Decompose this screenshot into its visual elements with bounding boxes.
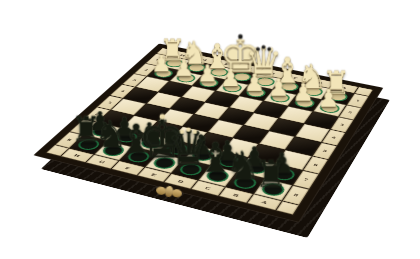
piece-white-pawn[interactable]: ♟: [220, 66, 241, 90]
piece-white-pawn[interactable]: ♟: [174, 57, 195, 80]
piece-white-pawn[interactable]: ♟: [244, 71, 265, 95]
piece-white-pawn[interactable]: ♟: [268, 76, 290, 100]
rank-label-2: 2: [339, 105, 361, 120]
product-photo-scene: HGFEDCBA1♜♞♝♚♛♝♞♜12♟♟♟♟♟♟♟♟2334455667♟♟♟…: [0, 0, 420, 259]
piece-white-pawn[interactable]: ♟: [151, 52, 172, 75]
piece-white-pawn[interactable]: ♟: [292, 81, 314, 105]
piece-black-rook[interactable]: ♜: [255, 155, 288, 192]
border-corner: [47, 145, 69, 156]
piece-white-pawn[interactable]: ♟: [317, 86, 339, 111]
piece-white-pawn[interactable]: ♟: [197, 61, 218, 85]
